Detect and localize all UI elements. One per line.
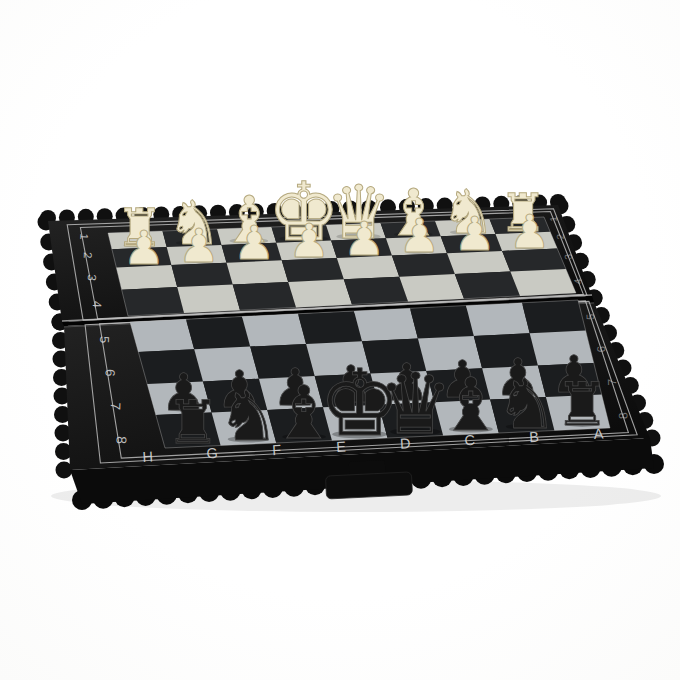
piece-white-pawn-d2[interactable]: ♟ [343, 212, 385, 266]
rank-label-left-5: 5 [97, 336, 112, 344]
product-photo: 1234567812345678HGFEDCBA♜♞♝♚♛♝♞♜♟♟♟♟♟♟♟♟… [0, 0, 680, 680]
piece-black-rook-h8[interactable]: ♜ [166, 387, 220, 457]
piece-black-knight-b8[interactable]: ♞ [496, 364, 558, 444]
piece-white-pawn-g2[interactable]: ♟ [178, 219, 220, 273]
square-f5[interactable] [242, 314, 306, 347]
rank-label-right-4: 4 [571, 278, 583, 284]
file-label-h: H [142, 448, 153, 465]
square-e4[interactable] [288, 279, 352, 307]
rank-label-left-6: 6 [102, 369, 117, 377]
rank-label-right-6: 6 [595, 346, 607, 353]
rank-label-right-8: 8 [616, 412, 630, 419]
rank-label-right-3: 3 [563, 253, 574, 259]
piece-white-pawn-e2[interactable]: ♟ [288, 214, 330, 268]
rank-label-left-3: 3 [85, 274, 99, 281]
piece-black-knight-g8[interactable]: ♞ [217, 376, 279, 456]
rank-label-left-1: 1 [78, 233, 90, 239]
square-c5[interactable] [410, 306, 474, 339]
rank-label-right-5: 5 [584, 313, 596, 320]
square-g5[interactable] [186, 317, 250, 350]
piece-white-pawn-h2[interactable]: ♟ [123, 221, 165, 275]
rank-label-left-7: 7 [108, 402, 123, 410]
square-h5[interactable] [130, 319, 194, 352]
piece-white-pawn-f2[interactable]: ♟ [233, 216, 275, 270]
rank-label-right-2: 2 [555, 234, 566, 240]
piece-white-pawn-b2[interactable]: ♟ [454, 207, 496, 261]
rank-label-left-2: 2 [82, 252, 94, 259]
square-d5[interactable] [354, 308, 418, 341]
rank-label-left-4: 4 [90, 301, 104, 308]
square-b5[interactable] [466, 303, 530, 336]
piece-black-rook-a8[interactable]: ♜ [555, 369, 609, 439]
square-b4[interactable] [455, 272, 520, 299]
square-g4[interactable] [177, 285, 240, 314]
square-a5[interactable] [522, 300, 586, 333]
square-a4[interactable] [510, 269, 576, 296]
piece-black-bishop-c8[interactable]: ♝ [438, 362, 503, 447]
square-c4[interactable] [399, 274, 464, 302]
chess-set-photo: 1234567812345678HGFEDCBA♜♞♝♚♛♝♞♜♟♟♟♟♟♟♟♟… [0, 0, 680, 680]
square-e5[interactable] [298, 311, 362, 344]
square-h4[interactable] [122, 287, 184, 316]
piece-white-pawn-a2[interactable]: ♟ [509, 205, 551, 259]
square-f4[interactable] [233, 282, 296, 310]
square-d4[interactable] [344, 277, 408, 305]
rank-label-left-8: 8 [113, 436, 129, 445]
piece-white-pawn-c2[interactable]: ♟ [399, 209, 441, 263]
